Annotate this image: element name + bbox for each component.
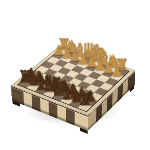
rook-glyph: ♜ [77, 92, 92, 109]
piece-black-rook[interactable]: ♜ [80, 80, 90, 107]
box-foot-front [80, 128, 88, 134]
piece-white-pawn[interactable]: ♟ [112, 51, 122, 77]
pawn-glyph: ♟ [111, 64, 124, 78]
box-foot-right [130, 85, 135, 93]
product-photo: ♜♞♝♛♚♝♞♜♟♟♟♟♟♟♟♟♟♟♟♟♟♟♟♟♜♞♝♛♚♝♞♜ [0, 0, 150, 150]
scene: ♜♞♝♛♚♝♞♜♟♟♟♟♟♟♟♟♟♟♟♟♟♟♟♟♜♞♝♛♚♝♞♜ [0, 0, 150, 150]
chess-box: ♜♞♝♛♚♝♞♜♟♟♟♟♟♟♟♟♟♟♟♟♟♟♟♟♜♞♝♛♚♝♞♜ [11, 44, 136, 116]
box-foot-left [13, 101, 20, 107]
